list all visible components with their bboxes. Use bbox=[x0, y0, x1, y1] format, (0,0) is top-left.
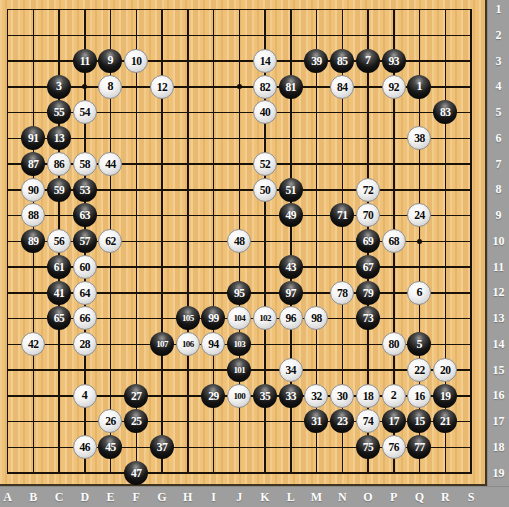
stone-number: 57 bbox=[79, 235, 90, 247]
stone-number: 52 bbox=[260, 157, 271, 169]
stone-white-88: 88 bbox=[21, 203, 45, 227]
stone-white-14: 14 bbox=[253, 49, 277, 73]
stone-number: 66 bbox=[79, 312, 90, 324]
row-label: 4 bbox=[488, 76, 509, 97]
column-label: M bbox=[307, 487, 327, 507]
row-label: 7 bbox=[488, 154, 509, 175]
stone-number: 48 bbox=[234, 235, 245, 247]
stone-number: 3 bbox=[56, 79, 62, 94]
stone-white-98: 98 bbox=[304, 306, 328, 330]
stone-black-41: 41 bbox=[47, 281, 71, 305]
stone-white-16: 16 bbox=[407, 384, 431, 408]
stone-black-3: 3 bbox=[47, 75, 71, 99]
stone-black-27: 27 bbox=[124, 384, 148, 408]
stones-layer: 1234567891011121314151617181920212223242… bbox=[0, 0, 484, 486]
stone-number: 90 bbox=[28, 183, 39, 195]
stone-number: 31 bbox=[311, 415, 322, 427]
stone-number: 19 bbox=[440, 389, 451, 401]
row-label: 1 bbox=[488, 0, 509, 20]
stone-white-66: 66 bbox=[73, 306, 97, 330]
stone-white-8: 8 bbox=[98, 75, 122, 99]
stone-number: 79 bbox=[363, 286, 374, 298]
stone-black-19: 19 bbox=[433, 384, 457, 408]
stone-white-30: 30 bbox=[330, 384, 354, 408]
stone-black-107: 107 bbox=[150, 332, 174, 356]
stone-black-49: 49 bbox=[279, 203, 303, 227]
stone-black-75: 75 bbox=[356, 435, 380, 459]
stone-number: 75 bbox=[363, 441, 374, 453]
stone-number: 84 bbox=[337, 80, 348, 92]
stone-number: 4 bbox=[82, 388, 88, 403]
stone-number: 80 bbox=[388, 338, 399, 350]
stone-black-99: 99 bbox=[201, 306, 225, 330]
stone-number: 86 bbox=[54, 157, 65, 169]
stone-number: 107 bbox=[156, 339, 168, 349]
stone-white-12: 12 bbox=[150, 75, 174, 99]
stone-number: 41 bbox=[54, 286, 65, 298]
column-label: G bbox=[152, 487, 172, 507]
stone-white-96: 96 bbox=[279, 306, 303, 330]
stone-number: 51 bbox=[285, 183, 296, 195]
stone-white-78: 78 bbox=[330, 281, 354, 305]
stone-number: 46 bbox=[79, 441, 90, 453]
row-label: 9 bbox=[488, 205, 509, 226]
column-label: C bbox=[49, 487, 69, 507]
stone-number: 65 bbox=[54, 312, 65, 324]
column-label: H bbox=[178, 487, 198, 507]
stone-number: 76 bbox=[388, 441, 399, 453]
stone-white-4: 4 bbox=[73, 384, 97, 408]
stone-number: 11 bbox=[80, 54, 90, 66]
column-label: S bbox=[461, 487, 481, 507]
stone-black-85: 85 bbox=[330, 49, 354, 73]
stone-white-32: 32 bbox=[304, 384, 328, 408]
row-label: 13 bbox=[488, 308, 509, 329]
stone-white-42: 42 bbox=[21, 332, 45, 356]
stone-number: 101 bbox=[233, 364, 245, 374]
stone-number: 96 bbox=[285, 312, 296, 324]
column-label: L bbox=[281, 487, 301, 507]
row-label-strip: 12345678910111213141516171819 bbox=[487, 0, 509, 486]
stone-black-67: 67 bbox=[356, 255, 380, 279]
stone-white-74: 74 bbox=[356, 409, 380, 433]
stone-number: 53 bbox=[79, 183, 90, 195]
stone-black-33: 33 bbox=[279, 384, 303, 408]
stone-number: 6 bbox=[416, 285, 422, 300]
stone-black-37: 37 bbox=[150, 435, 174, 459]
stone-number: 77 bbox=[414, 441, 425, 453]
stone-number: 2 bbox=[391, 388, 397, 403]
stone-black-101: 101 bbox=[227, 358, 251, 382]
stone-white-44: 44 bbox=[98, 152, 122, 176]
row-label: 19 bbox=[488, 463, 509, 484]
stone-number: 87 bbox=[28, 157, 39, 169]
stone-number: 62 bbox=[105, 235, 116, 247]
row-label: 8 bbox=[488, 179, 509, 200]
column-label: F bbox=[126, 487, 146, 507]
stone-white-28: 28 bbox=[73, 332, 97, 356]
stone-black-9: 9 bbox=[98, 49, 122, 73]
stone-number: 85 bbox=[337, 54, 348, 66]
stone-number: 60 bbox=[79, 260, 90, 272]
stone-number: 7 bbox=[365, 53, 371, 68]
row-label: 14 bbox=[488, 334, 509, 355]
stone-number: 23 bbox=[337, 415, 348, 427]
stone-number: 103 bbox=[233, 339, 245, 349]
stone-black-31: 31 bbox=[304, 409, 328, 433]
stone-number: 97 bbox=[285, 286, 296, 298]
stone-number: 94 bbox=[208, 338, 219, 350]
column-label: D bbox=[75, 487, 95, 507]
stone-number: 45 bbox=[105, 441, 116, 453]
stone-number: 98 bbox=[311, 312, 322, 324]
stone-number: 5 bbox=[416, 336, 422, 351]
stone-number: 95 bbox=[234, 286, 245, 298]
stone-white-24: 24 bbox=[407, 203, 431, 227]
stone-white-84: 84 bbox=[330, 75, 354, 99]
stone-number: 88 bbox=[28, 209, 39, 221]
stone-number: 40 bbox=[260, 106, 271, 118]
stone-number: 16 bbox=[414, 389, 425, 401]
stone-number: 12 bbox=[157, 80, 168, 92]
stone-number: 70 bbox=[363, 209, 374, 221]
stone-white-106: 106 bbox=[176, 332, 200, 356]
stone-number: 14 bbox=[260, 54, 271, 66]
stone-black-25: 25 bbox=[124, 409, 148, 433]
stone-black-35: 35 bbox=[253, 384, 277, 408]
stone-number: 38 bbox=[414, 132, 425, 144]
stone-black-73: 73 bbox=[356, 306, 380, 330]
stone-black-97: 97 bbox=[279, 281, 303, 305]
stone-white-2: 2 bbox=[382, 384, 406, 408]
stone-black-23: 23 bbox=[330, 409, 354, 433]
stone-white-18: 18 bbox=[356, 384, 380, 408]
stone-number: 24 bbox=[414, 209, 425, 221]
stone-white-20: 20 bbox=[433, 358, 457, 382]
stone-white-76: 76 bbox=[382, 435, 406, 459]
stone-number: 55 bbox=[54, 106, 65, 118]
stone-white-92: 92 bbox=[382, 75, 406, 99]
stone-black-59: 59 bbox=[47, 178, 71, 202]
stone-white-58: 58 bbox=[73, 152, 97, 176]
stone-white-100: 100 bbox=[227, 384, 251, 408]
stone-number: 105 bbox=[182, 313, 194, 323]
stone-number: 32 bbox=[311, 389, 322, 401]
stone-white-10: 10 bbox=[124, 49, 148, 73]
column-label: K bbox=[255, 487, 275, 507]
stone-white-70: 70 bbox=[356, 203, 380, 227]
stone-black-79: 79 bbox=[356, 281, 380, 305]
column-label: P bbox=[384, 487, 404, 507]
stone-black-81: 81 bbox=[279, 75, 303, 99]
stone-white-48: 48 bbox=[227, 229, 251, 253]
stone-white-60: 60 bbox=[73, 255, 97, 279]
stone-number: 18 bbox=[363, 389, 374, 401]
stone-number: 68 bbox=[388, 235, 399, 247]
stone-black-71: 71 bbox=[330, 203, 354, 227]
row-label: 6 bbox=[488, 128, 509, 149]
stone-black-17: 17 bbox=[382, 409, 406, 433]
stone-black-103: 103 bbox=[227, 332, 251, 356]
column-label: B bbox=[23, 487, 43, 507]
row-label: 10 bbox=[488, 231, 509, 252]
stone-number: 43 bbox=[285, 260, 296, 272]
stone-black-39: 39 bbox=[304, 49, 328, 73]
stone-number: 54 bbox=[79, 106, 90, 118]
stone-white-56: 56 bbox=[47, 229, 71, 253]
stone-white-54: 54 bbox=[73, 100, 97, 124]
stone-number: 89 bbox=[28, 235, 39, 247]
stone-white-26: 26 bbox=[98, 409, 122, 433]
stone-white-34: 34 bbox=[279, 358, 303, 382]
row-label: 15 bbox=[488, 360, 509, 381]
stone-number: 58 bbox=[79, 157, 90, 169]
stone-white-22: 22 bbox=[407, 358, 431, 382]
stone-number: 27 bbox=[131, 389, 142, 401]
stone-black-55: 55 bbox=[47, 100, 71, 124]
column-label: O bbox=[358, 487, 378, 507]
stone-black-47: 47 bbox=[124, 461, 148, 485]
stone-number: 13 bbox=[54, 132, 65, 144]
row-label: 12 bbox=[488, 282, 509, 303]
stone-number: 82 bbox=[260, 80, 271, 92]
stone-number: 102 bbox=[259, 313, 271, 323]
stone-number: 67 bbox=[363, 260, 374, 272]
stone-number: 63 bbox=[79, 209, 90, 221]
column-label: E bbox=[101, 487, 121, 507]
stone-number: 44 bbox=[105, 157, 116, 169]
stone-black-7: 7 bbox=[356, 49, 380, 73]
stone-black-91: 91 bbox=[21, 126, 45, 150]
stone-number: 17 bbox=[388, 415, 399, 427]
row-label: 11 bbox=[488, 257, 509, 278]
stone-white-94: 94 bbox=[201, 332, 225, 356]
column-label: J bbox=[229, 487, 249, 507]
stone-number: 92 bbox=[388, 80, 399, 92]
stone-black-13: 13 bbox=[47, 126, 71, 150]
stone-number: 69 bbox=[363, 235, 374, 247]
stone-number: 25 bbox=[131, 415, 142, 427]
row-label: 2 bbox=[488, 25, 509, 46]
stone-number: 78 bbox=[337, 286, 348, 298]
stone-black-53: 53 bbox=[73, 178, 97, 202]
stone-number: 20 bbox=[440, 363, 451, 375]
stone-number: 26 bbox=[105, 415, 116, 427]
stone-number: 50 bbox=[260, 183, 271, 195]
stone-black-5: 5 bbox=[407, 332, 431, 356]
stone-number: 1 bbox=[416, 79, 422, 94]
stone-number: 39 bbox=[311, 54, 322, 66]
stone-black-65: 65 bbox=[47, 306, 71, 330]
stone-white-86: 86 bbox=[47, 152, 71, 176]
stone-black-1: 1 bbox=[407, 75, 431, 99]
stone-black-105: 105 bbox=[176, 306, 200, 330]
stone-black-95: 95 bbox=[227, 281, 251, 305]
stone-white-52: 52 bbox=[253, 152, 277, 176]
stone-number: 83 bbox=[440, 106, 451, 118]
stone-number: 15 bbox=[414, 415, 425, 427]
stone-number: 74 bbox=[363, 415, 374, 427]
stone-white-46: 46 bbox=[73, 435, 97, 459]
stone-number: 22 bbox=[414, 363, 425, 375]
column-label: Q bbox=[410, 487, 430, 507]
column-label: N bbox=[332, 487, 352, 507]
stone-white-40: 40 bbox=[253, 100, 277, 124]
stone-number: 73 bbox=[363, 312, 374, 324]
column-label-strip: ABCDEFGHIJKLMNOPQRS bbox=[0, 486, 509, 507]
stone-number: 49 bbox=[285, 209, 296, 221]
row-label: 3 bbox=[488, 51, 509, 72]
stone-number: 91 bbox=[28, 132, 39, 144]
row-label: 5 bbox=[488, 102, 509, 123]
row-label: 18 bbox=[488, 437, 509, 458]
row-label: 17 bbox=[488, 411, 509, 432]
stone-white-102: 102 bbox=[253, 306, 277, 330]
stone-black-21: 21 bbox=[433, 409, 457, 433]
column-label: A bbox=[0, 487, 18, 507]
stone-number: 71 bbox=[337, 209, 348, 221]
column-label: R bbox=[435, 487, 455, 507]
stone-white-64: 64 bbox=[73, 281, 97, 305]
stone-black-87: 87 bbox=[21, 152, 45, 176]
go-board: 1234567891011121314151617181920212223242… bbox=[0, 0, 487, 486]
go-kifu-diagram: 1234567891011121314151617181920212223242… bbox=[0, 0, 509, 507]
stone-number: 35 bbox=[260, 389, 271, 401]
stone-number: 21 bbox=[440, 415, 451, 427]
stone-number: 42 bbox=[28, 338, 39, 350]
stone-black-89: 89 bbox=[21, 229, 45, 253]
stone-number: 100 bbox=[233, 390, 245, 400]
stone-number: 34 bbox=[285, 363, 296, 375]
stone-black-43: 43 bbox=[279, 255, 303, 279]
stone-number: 10 bbox=[131, 54, 142, 66]
stone-black-15: 15 bbox=[407, 409, 431, 433]
stone-white-90: 90 bbox=[21, 178, 45, 202]
stone-number: 99 bbox=[208, 312, 219, 324]
stone-number: 30 bbox=[337, 389, 348, 401]
stone-white-62: 62 bbox=[98, 229, 122, 253]
stone-black-51: 51 bbox=[279, 178, 303, 202]
stone-white-104: 104 bbox=[227, 306, 251, 330]
stone-number: 81 bbox=[285, 80, 296, 92]
stone-white-50: 50 bbox=[253, 178, 277, 202]
stone-number: 28 bbox=[79, 338, 90, 350]
stone-number: 72 bbox=[363, 183, 374, 195]
stone-black-77: 77 bbox=[407, 435, 431, 459]
stone-number: 106 bbox=[182, 339, 194, 349]
stone-white-72: 72 bbox=[356, 178, 380, 202]
stone-white-6: 6 bbox=[407, 281, 431, 305]
stone-number: 93 bbox=[388, 54, 399, 66]
stone-black-63: 63 bbox=[73, 203, 97, 227]
stone-number: 9 bbox=[107, 53, 113, 68]
stone-black-83: 83 bbox=[433, 100, 457, 124]
stone-number: 47 bbox=[131, 466, 142, 478]
stone-white-38: 38 bbox=[407, 126, 431, 150]
stone-black-93: 93 bbox=[382, 49, 406, 73]
stone-white-80: 80 bbox=[382, 332, 406, 356]
stone-black-11: 11 bbox=[73, 49, 97, 73]
stone-black-69: 69 bbox=[356, 229, 380, 253]
column-label: I bbox=[204, 487, 224, 507]
stone-white-68: 68 bbox=[382, 229, 406, 253]
stone-black-57: 57 bbox=[73, 229, 97, 253]
row-label: 16 bbox=[488, 385, 509, 406]
stone-number: 64 bbox=[79, 286, 90, 298]
stone-black-61: 61 bbox=[47, 255, 71, 279]
stone-white-82: 82 bbox=[253, 75, 277, 99]
stone-number: 29 bbox=[208, 389, 219, 401]
stone-black-45: 45 bbox=[98, 435, 122, 459]
stone-number: 33 bbox=[285, 389, 296, 401]
stone-number: 59 bbox=[54, 183, 65, 195]
stone-number: 61 bbox=[54, 260, 65, 272]
stone-black-29: 29 bbox=[201, 384, 225, 408]
stone-number: 8 bbox=[107, 79, 113, 94]
stone-number: 56 bbox=[54, 235, 65, 247]
stone-number: 104 bbox=[233, 313, 245, 323]
stone-number: 37 bbox=[157, 441, 168, 453]
